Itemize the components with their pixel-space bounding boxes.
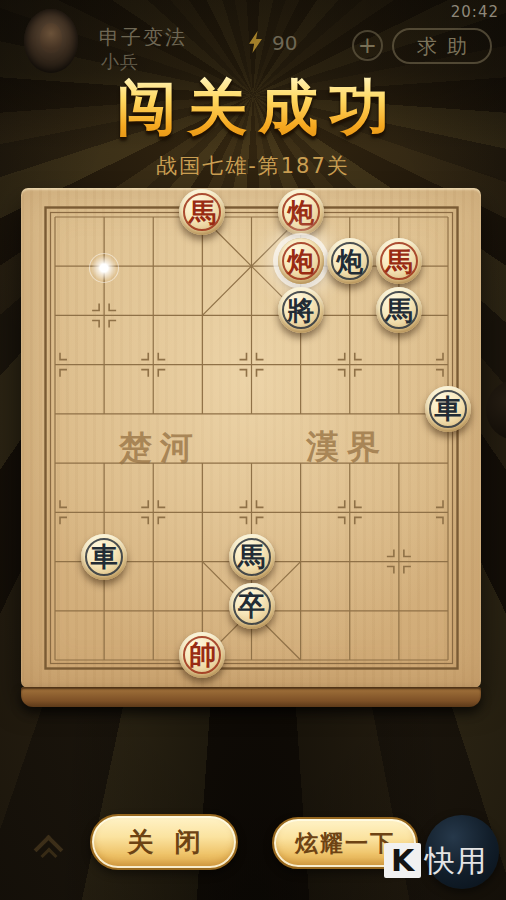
river-label-right: 漢界 xyxy=(306,425,388,470)
sparkle-effect xyxy=(89,253,119,283)
piece-glyph: 馬 xyxy=(385,248,412,275)
piece-black-馬[interactable]: 馬 xyxy=(376,287,422,333)
piece-red-馬[interactable]: 馬 xyxy=(376,238,422,284)
piece-black-炮[interactable]: 炮 xyxy=(327,238,373,284)
watermark-logo: K xyxy=(384,843,421,878)
piece-black-車[interactable]: 車 xyxy=(81,534,127,580)
river-label-left: 楚河 xyxy=(119,426,201,471)
watermark-text: 快用 xyxy=(425,841,487,882)
level-subtitle: 战国七雄-第187关 xyxy=(0,152,506,180)
board-bevel-edge xyxy=(21,687,481,707)
piece-black-將[interactable]: 將 xyxy=(278,287,324,333)
piece-black-卒[interactable]: 卒 xyxy=(229,583,275,629)
energy-count: 90 xyxy=(272,31,297,55)
piece-black-車[interactable]: 車 xyxy=(425,386,471,432)
piece-red-炮[interactable]: 炮 xyxy=(278,189,324,235)
collapse-arrow-icon[interactable] xyxy=(30,828,66,864)
victory-screen: 20:42 申子变法 小兵 90 + 求助 闯关成功 战国七雄-第187关 楚河… xyxy=(0,0,506,900)
piece-glyph: 卒 xyxy=(238,592,265,619)
piece-glyph: 馬 xyxy=(385,297,412,324)
piece-glyph: 將 xyxy=(287,297,314,324)
piece-glyph: 車 xyxy=(435,395,462,422)
piece-glyph: 帥 xyxy=(189,641,216,668)
piece-glyph: 炮 xyxy=(287,248,314,275)
piece-glyph: 炮 xyxy=(287,199,314,226)
result-title: 闯关成功 xyxy=(0,68,506,149)
close-button[interactable]: 关 闭 xyxy=(90,814,238,870)
piece-glyph: 馬 xyxy=(238,543,265,570)
piece-glyph: 馬 xyxy=(189,199,216,226)
piece-black-馬[interactable]: 馬 xyxy=(229,534,275,580)
help-button[interactable]: 求助 xyxy=(392,28,492,64)
level-name-label: 申子变法 xyxy=(99,24,187,51)
add-energy-button[interactable]: + xyxy=(352,30,383,61)
avatar[interactable] xyxy=(24,9,78,73)
piece-glyph: 炮 xyxy=(336,248,363,275)
piece-glyph: 車 xyxy=(91,543,118,570)
clock-time: 20:42 xyxy=(451,3,499,21)
piece-red-炮[interactable]: 炮 xyxy=(278,238,324,284)
